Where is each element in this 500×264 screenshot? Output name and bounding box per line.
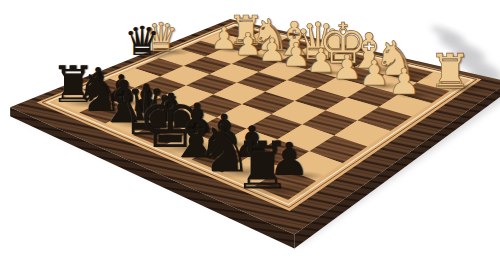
piece-white-rook-h1[interactable]: ♜ — [428, 47, 471, 95]
pieces-layer: ♜♞♝♛♚♝♞♜♟♟♟♟♟♟♟♟♜♞♝♛♚♝♞♜♟♟♟♟♟♟♟♟♛♛ — [0, 0, 500, 264]
product-photo-stage: ♜♞♝♛♚♝♞♜♟♟♟♟♟♟♟♟♜♞♝♛♚♝♞♜♟♟♟♟♟♟♟♟♛♛ — [0, 0, 500, 264]
piece-black-queen-spare-black-queen[interactable]: ♛ — [124, 21, 160, 61]
piece-white-pawn-g2[interactable]: ♟ — [358, 56, 389, 91]
piece-white-pawn-h2[interactable]: ♟ — [388, 64, 420, 100]
piece-black-rook-h8[interactable]: ♜ — [233, 134, 291, 199]
